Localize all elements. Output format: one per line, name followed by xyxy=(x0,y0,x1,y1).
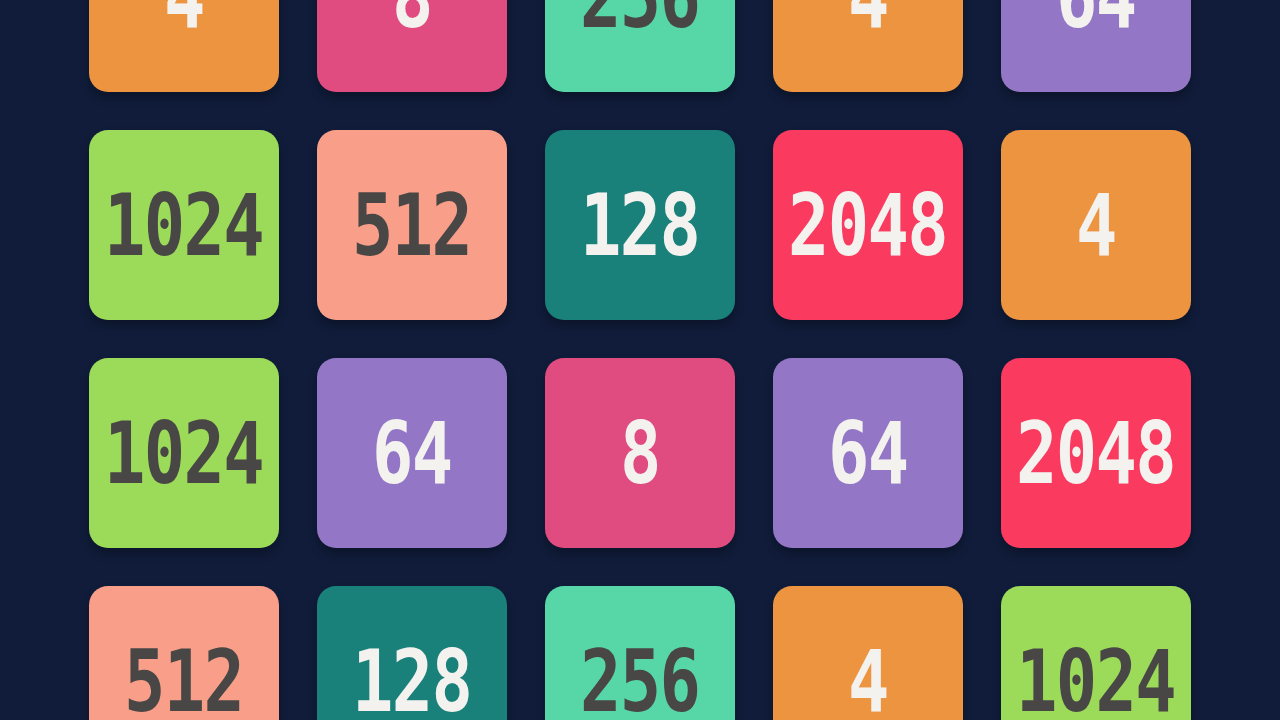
tile-512: 512 xyxy=(89,586,279,720)
tile-value: 128 xyxy=(580,182,699,268)
tile-1024: 1024 xyxy=(89,130,279,320)
tile-128: 128 xyxy=(317,586,507,720)
tile-128: 128 xyxy=(545,130,735,320)
tile-1024: 1024 xyxy=(89,358,279,548)
tile-value: 4 xyxy=(848,0,888,40)
tile-2048: 2048 xyxy=(1001,358,1191,548)
tile-value: 64 xyxy=(828,410,908,496)
tile-value: 4 xyxy=(1076,182,1116,268)
tile-8: 8 xyxy=(317,0,507,92)
tile-value: 4 xyxy=(164,0,204,40)
tile-256: 256 xyxy=(545,586,735,720)
tile-4: 4 xyxy=(1001,130,1191,320)
tile-value: 512 xyxy=(124,638,243,720)
tile-value: 2048 xyxy=(1016,410,1175,496)
tile-value: 4 xyxy=(848,638,888,720)
tile-8: 8 xyxy=(545,358,735,548)
tile-value: 8 xyxy=(620,410,660,496)
tile-value: 8 xyxy=(392,0,432,40)
tile-value: 64 xyxy=(372,410,452,496)
tile-value: 512 xyxy=(352,182,471,268)
tile-64: 64 xyxy=(1001,0,1191,92)
tile-value: 1024 xyxy=(1016,638,1175,720)
tile-value: 1024 xyxy=(104,410,263,496)
tile-value: 1024 xyxy=(104,182,263,268)
game-viewport: 4825646410245121282048410246486420485121… xyxy=(0,0,1280,720)
tile-64: 64 xyxy=(773,358,963,548)
tile-value: 128 xyxy=(352,638,471,720)
tile-2048: 2048 xyxy=(773,130,963,320)
tile-512: 512 xyxy=(317,130,507,320)
tile-value: 2048 xyxy=(788,182,947,268)
tile-4: 4 xyxy=(89,0,279,92)
tile-256: 256 xyxy=(545,0,735,92)
tile-4: 4 xyxy=(773,586,963,720)
tile-value: 64 xyxy=(1056,0,1136,40)
tile-1024: 1024 xyxy=(1001,586,1191,720)
tile-value: 256 xyxy=(580,0,699,40)
tile-value: 256 xyxy=(580,638,699,720)
board-grid[interactable]: 4825646410245121282048410246486420485121… xyxy=(89,0,1191,720)
tile-4: 4 xyxy=(773,0,963,92)
tile-64: 64 xyxy=(317,358,507,548)
